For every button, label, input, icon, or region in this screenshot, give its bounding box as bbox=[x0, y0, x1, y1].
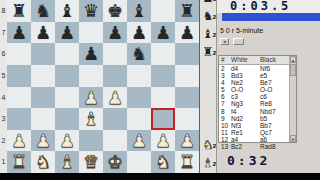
white-clock: 0:32 bbox=[227, 151, 270, 171]
header-white: White bbox=[231, 56, 260, 64]
active-player-bar bbox=[222, 13, 320, 21]
square-f7[interactable]: ♟ bbox=[127, 22, 151, 44]
rank-label-1: 1 bbox=[0, 151, 7, 173]
move-list[interactable]: # White Black 2d4Nf63Bd3e54Ne2Be75O-OO-O… bbox=[218, 55, 297, 143]
move-list-header: # White Black bbox=[219, 56, 296, 65]
move-rows: 2d4Nf63Bd3e54Ne2Be75O-OO-O6c3c67Ng3Re88f… bbox=[219, 65, 296, 150]
move-list-scrollbar[interactable]: ▲ ▼ bbox=[289, 56, 296, 142]
square-h7[interactable]: ♟ bbox=[175, 22, 199, 44]
square-e7[interactable]: ♟ bbox=[103, 22, 127, 44]
piece-black-b-c8[interactable]: ♝ bbox=[55, 0, 79, 22]
move-row-6[interactable]: 6c3c6 bbox=[219, 93, 296, 100]
piece-white-p-c2[interactable]: ♟ bbox=[55, 130, 79, 152]
square-c5[interactable] bbox=[55, 65, 79, 87]
move-row-11[interactable]: 11Re1Qc7 bbox=[219, 129, 296, 136]
move-cell[interactable]: a4 bbox=[231, 136, 260, 143]
move-cell[interactable]: Nf6 bbox=[260, 65, 289, 72]
material-count: 2 bbox=[213, 138, 216, 155]
piece-black-n-f6[interactable]: ♞ bbox=[127, 43, 151, 65]
piece-black-p-c7[interactable]: ♟ bbox=[55, 22, 79, 44]
move-cell[interactable]: Ne2 bbox=[231, 79, 260, 86]
piece-black-n-b8[interactable]: ♞ bbox=[31, 0, 55, 22]
move-cell[interactable]: 4 bbox=[219, 79, 231, 86]
move-cell[interactable]: 13 bbox=[219, 143, 231, 150]
rank-label-3: 3 bbox=[0, 108, 7, 130]
move-cell[interactable]: Bd3 bbox=[231, 72, 260, 79]
scroll-thumb[interactable] bbox=[290, 64, 296, 76]
square-e6[interactable] bbox=[103, 43, 127, 65]
header-move-number: # bbox=[219, 56, 231, 64]
material-b-r-icon: ♜2 bbox=[200, 44, 216, 62]
piece-white-n-b1[interactable]: ♞ bbox=[31, 151, 55, 173]
square-a7[interactable]: ♟ bbox=[7, 22, 31, 44]
square-d4[interactable]: ♟ bbox=[79, 87, 103, 109]
square-g7[interactable]: ♟ bbox=[151, 22, 175, 44]
square-h1[interactable]: ♜ bbox=[175, 151, 199, 173]
piece-black-r-h8[interactable]: ♜ bbox=[175, 0, 199, 22]
square-b6[interactable] bbox=[31, 43, 55, 65]
piece-white-p-a2[interactable]: ♟ bbox=[7, 130, 31, 152]
square-d6[interactable]: ♟ bbox=[79, 43, 103, 65]
square-e5[interactable] bbox=[103, 65, 127, 87]
square-g8[interactable] bbox=[151, 0, 175, 22]
square-h5[interactable] bbox=[175, 65, 199, 87]
piece-white-p-d4[interactable]: ♟ bbox=[79, 87, 103, 109]
board[interactable]: ♜♞♝♛♚♝♜♟♟♟♟♟♟♟♟♞♟♟♝♟♟♟♟♟♟♜♞♝♛♚♞♜ bbox=[7, 0, 200, 173]
square-h8[interactable]: ♜ bbox=[175, 0, 199, 22]
scroll-down-icon[interactable]: ▼ bbox=[290, 135, 296, 142]
piece-black-p-b7[interactable]: ♟ bbox=[31, 22, 55, 44]
piece-black-b-f8[interactable]: ♝ bbox=[127, 0, 151, 22]
piece-white-n-g1[interactable]: ♞ bbox=[151, 151, 175, 173]
piece-white-q-d1[interactable]: ♛ bbox=[79, 151, 103, 173]
piece-white-b-d3[interactable]: ♝ bbox=[79, 108, 103, 130]
move-cell[interactable]: 7 bbox=[219, 100, 231, 107]
square-c8[interactable]: ♝ bbox=[55, 0, 79, 22]
piece-black-p-d6[interactable]: ♟ bbox=[79, 43, 103, 65]
piece-white-p-e4[interactable]: ♟ bbox=[103, 87, 127, 109]
move-cell[interactable]: 11 bbox=[219, 129, 231, 136]
square-b7[interactable]: ♟ bbox=[31, 22, 55, 44]
app-window: 87654321 ♜♞♝♛♚♝♜♟♟♟♟♟♟♟♟♞♟♟♝♟♟♟♟♟♟♜♞♝♛♚♞… bbox=[0, 0, 320, 180]
move-row-4[interactable]: 4Ne2Be7 bbox=[219, 79, 296, 86]
move-cell[interactable]: 10 bbox=[219, 122, 231, 129]
piece-white-r-h1[interactable]: ♜ bbox=[175, 151, 199, 173]
nav-right-button[interactable] bbox=[233, 38, 244, 45]
move-cell[interactable]: b5 bbox=[260, 115, 289, 122]
rank-labels: 87654321 bbox=[0, 0, 7, 173]
move-row-3[interactable]: 3Bd3e5 bbox=[219, 72, 296, 79]
square-c7[interactable]: ♟ bbox=[55, 22, 79, 44]
move-cell[interactable]: 2 bbox=[219, 65, 231, 72]
right-panel: 0:03.5 5 0 r 5-minute ◄ # White Black 2d… bbox=[217, 0, 320, 173]
move-cell[interactable]: 3 bbox=[219, 72, 231, 79]
move-cell[interactable]: Nf3 bbox=[231, 122, 260, 129]
rank-label-5: 5 bbox=[0, 65, 7, 87]
square-a6[interactable] bbox=[7, 43, 31, 65]
material-b-n-icon: ♞2 bbox=[200, 8, 216, 26]
square-a3[interactable] bbox=[7, 108, 31, 130]
captured-material-strip: ♟8♞2♝2♜2 ♞2♝2♜2 bbox=[200, 0, 217, 173]
square-a4[interactable] bbox=[7, 87, 31, 109]
square-f5[interactable] bbox=[127, 65, 151, 87]
square-a2[interactable]: ♟ bbox=[7, 130, 31, 152]
move-row-13[interactable]: 13Bc2Rad8 bbox=[219, 143, 296, 150]
piece-black-p-e7[interactable]: ♟ bbox=[103, 22, 127, 44]
square-g4[interactable] bbox=[151, 87, 175, 109]
square-b4[interactable] bbox=[31, 87, 55, 109]
square-f1[interactable] bbox=[127, 151, 151, 173]
move-cell[interactable]: c6 bbox=[260, 93, 289, 100]
piece-white-p-h2[interactable]: ♟ bbox=[175, 130, 199, 152]
rank-label-8: 8 bbox=[0, 0, 7, 22]
square-g5[interactable] bbox=[151, 65, 175, 87]
piece-black-p-a7[interactable]: ♟ bbox=[7, 22, 31, 44]
header-black: Black bbox=[260, 56, 289, 64]
move-row-12[interactable]: 12a4a6 bbox=[219, 136, 296, 143]
square-g1[interactable]: ♞ bbox=[151, 151, 175, 173]
piece-white-k-e1[interactable]: ♚ bbox=[103, 151, 127, 173]
black-clock: 0:03.5 bbox=[217, 0, 320, 13]
piece-black-p-h7[interactable]: ♟ bbox=[175, 22, 199, 44]
square-d3[interactable]: ♝ bbox=[79, 108, 103, 130]
piece-black-k-e8[interactable]: ♚ bbox=[103, 0, 127, 22]
move-cell[interactable]: e5 bbox=[260, 72, 289, 79]
piece-black-p-g7[interactable]: ♟ bbox=[151, 22, 175, 44]
square-d7[interactable] bbox=[79, 22, 103, 44]
move-cell[interactable]: O-O bbox=[231, 86, 260, 93]
square-e8[interactable]: ♚ bbox=[103, 0, 127, 22]
move-cell[interactable]: f4 bbox=[231, 108, 260, 115]
piece-black-p-f7[interactable]: ♟ bbox=[127, 22, 151, 44]
square-b8[interactable]: ♞ bbox=[31, 0, 55, 22]
move-cell[interactable]: 9 bbox=[219, 115, 231, 122]
square-a5[interactable] bbox=[7, 65, 31, 87]
square-c4[interactable] bbox=[55, 87, 79, 109]
material-w-n-icon: ♞2 bbox=[200, 137, 216, 155]
square-d1[interactable]: ♛ bbox=[79, 151, 103, 173]
move-row-5[interactable]: 5O-OO-O bbox=[219, 86, 296, 93]
square-d2[interactable] bbox=[79, 130, 103, 152]
square-g3[interactable] bbox=[151, 108, 175, 130]
square-g2[interactable]: ♟ bbox=[151, 130, 175, 152]
square-c6[interactable] bbox=[55, 43, 79, 65]
square-a8[interactable]: ♜ bbox=[7, 0, 31, 22]
square-d8[interactable]: ♛ bbox=[79, 0, 103, 22]
move-row-7[interactable]: 7Ng3Re8 bbox=[219, 100, 296, 107]
square-c3[interactable] bbox=[55, 108, 79, 130]
piece-black-q-d8[interactable]: ♛ bbox=[79, 0, 103, 22]
square-f8[interactable]: ♝ bbox=[127, 0, 151, 22]
move-cell[interactable]: Re8 bbox=[260, 100, 289, 107]
move-row-9[interactable]: 9Nd2b5 bbox=[219, 115, 296, 122]
move-cell[interactable]: a6 bbox=[260, 136, 289, 143]
move-row-10[interactable]: 10Nf3Bb7 bbox=[219, 122, 296, 129]
piece-black-r-a8[interactable]: ♜ bbox=[7, 0, 31, 22]
square-b1[interactable]: ♞ bbox=[31, 151, 55, 173]
move-cell[interactable]: Nbd7 bbox=[260, 108, 289, 115]
square-h2[interactable]: ♟ bbox=[175, 130, 199, 152]
piece-white-r-a1[interactable]: ♜ bbox=[7, 151, 31, 173]
material-count: 8 bbox=[213, 0, 216, 8]
square-f6[interactable]: ♞ bbox=[127, 43, 151, 65]
square-a1[interactable]: ♜ bbox=[7, 151, 31, 173]
game-info-label: 5 0 r 5-minute bbox=[220, 27, 263, 34]
move-cell[interactable]: 8 bbox=[219, 108, 231, 115]
piece-white-p-f2[interactable]: ♟ bbox=[127, 130, 151, 152]
move-cell[interactable]: 6 bbox=[219, 93, 231, 100]
rank-label-2: 2 bbox=[0, 130, 7, 152]
material-count: 2 bbox=[213, 45, 216, 62]
square-c1[interactable]: ♝ bbox=[55, 151, 79, 173]
move-cell[interactable]: Bb7 bbox=[260, 122, 289, 129]
material-b-b-icon: ♝2 bbox=[200, 26, 216, 44]
square-d5[interactable] bbox=[79, 65, 103, 87]
square-h6[interactable] bbox=[175, 43, 199, 65]
square-e2[interactable] bbox=[103, 130, 127, 152]
square-h4[interactable] bbox=[175, 87, 199, 109]
move-cell[interactable]: 12 bbox=[219, 136, 231, 143]
square-f2[interactable]: ♟ bbox=[127, 130, 151, 152]
move-cell[interactable]: Qc7 bbox=[260, 129, 289, 136]
rank-label-4: 4 bbox=[0, 87, 7, 109]
rank-label-7: 7 bbox=[0, 22, 7, 44]
move-cell[interactable]: Nd2 bbox=[231, 115, 260, 122]
material-count: 2 bbox=[213, 156, 216, 173]
move-cell[interactable]: Rad8 bbox=[260, 143, 289, 150]
move-cell[interactable]: O-O bbox=[260, 86, 289, 93]
square-e3[interactable] bbox=[103, 108, 127, 130]
square-f3[interactable] bbox=[127, 108, 151, 130]
move-cell[interactable]: Ng3 bbox=[231, 100, 260, 107]
move-cell[interactable]: Be7 bbox=[260, 79, 289, 86]
material-w-b-icon: ♝2 bbox=[200, 155, 216, 173]
square-f4[interactable] bbox=[127, 87, 151, 109]
move-row-2[interactable]: 2d4Nf6 bbox=[219, 65, 296, 72]
material-count: 2 bbox=[213, 27, 216, 44]
square-b5[interactable] bbox=[31, 65, 55, 87]
move-row-8[interactable]: 8f4Nbd7 bbox=[219, 108, 296, 115]
move-cell[interactable]: Re1 bbox=[231, 129, 260, 136]
rank-label-6: 6 bbox=[0, 43, 7, 65]
square-g6[interactable] bbox=[151, 43, 175, 65]
scroll-up-icon[interactable]: ▲ bbox=[290, 56, 296, 63]
square-e4[interactable]: ♟ bbox=[103, 87, 127, 109]
piece-white-p-b2[interactable]: ♟ bbox=[31, 130, 55, 152]
square-b3[interactable] bbox=[31, 108, 55, 130]
square-e1[interactable]: ♚ bbox=[103, 151, 127, 173]
square-h3[interactable] bbox=[175, 108, 199, 130]
material-count: 2 bbox=[213, 9, 216, 26]
nav-left-button[interactable]: ◄ bbox=[220, 38, 229, 45]
move-cell[interactable]: 5 bbox=[219, 86, 231, 93]
piece-white-p-g2[interactable]: ♟ bbox=[151, 130, 175, 152]
letterbox-bottom bbox=[0, 173, 320, 180]
square-c2[interactable]: ♟ bbox=[55, 130, 79, 152]
move-cell[interactable]: d4 bbox=[231, 65, 260, 72]
square-b2[interactable]: ♟ bbox=[31, 130, 55, 152]
move-cell[interactable]: c3 bbox=[231, 93, 260, 100]
material-black: ♟8♞2♝2♜2 bbox=[200, 0, 216, 62]
material-b-p-icon: ♟8 bbox=[200, 0, 216, 8]
piece-white-b-c1[interactable]: ♝ bbox=[55, 151, 79, 173]
move-cell[interactable]: Bc2 bbox=[231, 143, 260, 150]
